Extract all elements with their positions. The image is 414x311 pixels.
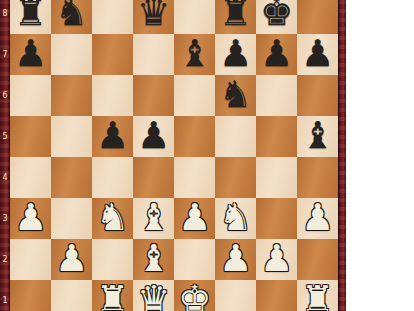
piece-black-bishop-h5[interactable]: ♝ [301, 117, 334, 154]
piece-black-pawn-a7[interactable]: ♟ [14, 35, 47, 72]
square-d1[interactable]: ♛ [133, 280, 174, 311]
piece-black-king-g8[interactable]: ♚ [260, 0, 293, 31]
square-a3[interactable]: ♟ [10, 198, 51, 239]
piece-white-pawn-h3[interactable]: ♟ [301, 199, 334, 236]
square-e1[interactable]: ♚ [174, 280, 215, 311]
piece-black-pawn-g7[interactable]: ♟ [260, 35, 293, 72]
rank-label-2: 2 [0, 239, 10, 280]
piece-white-pawn-b2[interactable]: ♟ [55, 240, 88, 277]
piece-white-pawn-g2[interactable]: ♟ [260, 240, 293, 277]
square-a5[interactable] [10, 116, 51, 157]
square-c5[interactable]: ♟ [92, 116, 133, 157]
piece-black-knight-b8[interactable]: ♞ [55, 0, 88, 31]
square-a1[interactable] [10, 280, 51, 311]
square-e8[interactable] [174, 0, 215, 34]
piece-white-king-e1[interactable]: ♚ [178, 281, 211, 311]
rank-label-8: 8 [0, 0, 10, 34]
square-b2[interactable]: ♟ [51, 239, 92, 280]
square-c1[interactable]: ♜ [92, 280, 133, 311]
piece-black-rook-f8[interactable]: ♜ [219, 0, 252, 31]
piece-white-pawn-f2[interactable]: ♟ [219, 240, 252, 277]
rank-labels: 87654321 [0, 0, 10, 311]
square-e5[interactable] [174, 116, 215, 157]
square-a4[interactable] [10, 157, 51, 198]
square-e4[interactable] [174, 157, 215, 198]
square-a7[interactable]: ♟ [10, 34, 51, 75]
piece-black-pawn-f7[interactable]: ♟ [219, 35, 252, 72]
rank-label-1: 1 [0, 280, 10, 311]
square-g8[interactable]: ♚ [256, 0, 297, 34]
square-f1[interactable] [215, 280, 256, 311]
square-e6[interactable] [174, 75, 215, 116]
piece-white-queen-d1[interactable]: ♛ [137, 281, 170, 311]
square-f5[interactable] [215, 116, 256, 157]
square-h1[interactable]: ♜ [297, 280, 338, 311]
rank-label-7: 7 [0, 34, 10, 75]
rank-label-4: 4 [0, 157, 10, 198]
square-h8[interactable] [297, 0, 338, 34]
piece-white-bishop-d3[interactable]: ♝ [137, 199, 170, 236]
piece-black-queen-d8[interactable]: ♛ [137, 0, 170, 31]
square-g2[interactable]: ♟ [256, 239, 297, 280]
piece-black-knight-f6[interactable]: ♞ [219, 76, 252, 113]
square-b7[interactable] [51, 34, 92, 75]
rank-label-5: 5 [0, 116, 10, 157]
piece-black-rook-a8[interactable]: ♜ [14, 0, 47, 31]
square-h7[interactable]: ♟ [297, 34, 338, 75]
square-b6[interactable] [51, 75, 92, 116]
square-e7[interactable]: ♝ [174, 34, 215, 75]
square-f6[interactable]: ♞ [215, 75, 256, 116]
piece-white-rook-c1[interactable]: ♜ [96, 281, 129, 311]
square-g4[interactable] [256, 157, 297, 198]
square-h2[interactable] [297, 239, 338, 280]
square-b8[interactable]: ♞ [51, 0, 92, 34]
piece-black-pawn-d5[interactable]: ♟ [137, 117, 170, 154]
piece-white-rook-h1[interactable]: ♜ [301, 281, 334, 311]
square-d2[interactable]: ♝ [133, 239, 174, 280]
square-a2[interactable] [10, 239, 51, 280]
square-c2[interactable] [92, 239, 133, 280]
piece-black-pawn-c5[interactable]: ♟ [96, 117, 129, 154]
square-g6[interactable] [256, 75, 297, 116]
square-f2[interactable]: ♟ [215, 239, 256, 280]
piece-black-bishop-e7[interactable]: ♝ [178, 35, 211, 72]
square-d6[interactable] [133, 75, 174, 116]
piece-white-pawn-e3[interactable]: ♟ [178, 199, 211, 236]
square-h4[interactable] [297, 157, 338, 198]
chess-board-diagram: 87654321 ♜♞♛♜♚♟♝♟♟♟♞♟♟♝♟♞♝♟♞♟♟♝♟♟♜♛♚♜ [0, 0, 414, 311]
rank-label-6: 6 [0, 75, 10, 116]
square-h3[interactable]: ♟ [297, 198, 338, 239]
board-right-border [338, 0, 346, 311]
square-g3[interactable] [256, 198, 297, 239]
board-squares: ♜♞♛♜♚♟♝♟♟♟♞♟♟♝♟♞♝♟♞♟♟♝♟♟♜♛♚♜ [10, 0, 338, 311]
square-c8[interactable] [92, 0, 133, 34]
square-a8[interactable]: ♜ [10, 0, 51, 34]
square-d5[interactable]: ♟ [133, 116, 174, 157]
square-g5[interactable] [256, 116, 297, 157]
square-h6[interactable] [297, 75, 338, 116]
square-c3[interactable]: ♞ [92, 198, 133, 239]
square-f4[interactable] [215, 157, 256, 198]
square-e2[interactable] [174, 239, 215, 280]
square-e3[interactable]: ♟ [174, 198, 215, 239]
rank-label-3: 3 [0, 198, 10, 239]
square-g7[interactable]: ♟ [256, 34, 297, 75]
square-b4[interactable] [51, 157, 92, 198]
square-a6[interactable] [10, 75, 51, 116]
square-b3[interactable] [51, 198, 92, 239]
square-f7[interactable]: ♟ [215, 34, 256, 75]
square-c7[interactable] [92, 34, 133, 75]
piece-white-bishop-d2[interactable]: ♝ [137, 240, 170, 277]
piece-white-pawn-a3[interactable]: ♟ [14, 199, 47, 236]
square-h5[interactable]: ♝ [297, 116, 338, 157]
square-b5[interactable] [51, 116, 92, 157]
square-d7[interactable] [133, 34, 174, 75]
square-f3[interactable]: ♞ [215, 198, 256, 239]
piece-white-knight-f3[interactable]: ♞ [219, 199, 252, 236]
square-d8[interactable]: ♛ [133, 0, 174, 34]
piece-white-knight-c3[interactable]: ♞ [96, 199, 129, 236]
square-f8[interactable]: ♜ [215, 0, 256, 34]
square-d4[interactable] [133, 157, 174, 198]
piece-black-pawn-h7[interactable]: ♟ [301, 35, 334, 72]
square-d3[interactable]: ♝ [133, 198, 174, 239]
square-c6[interactable] [92, 75, 133, 116]
square-g1[interactable] [256, 280, 297, 311]
square-c4[interactable] [92, 157, 133, 198]
square-b1[interactable] [51, 280, 92, 311]
